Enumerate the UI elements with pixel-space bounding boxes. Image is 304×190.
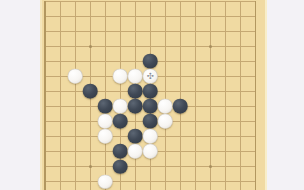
board-cell[interactable] [113, 24, 128, 39]
board-cell[interactable] [173, 84, 188, 99]
board-cell[interactable] [158, 9, 173, 24]
board-cell[interactable] [143, 114, 158, 129]
board-cell[interactable] [83, 0, 98, 9]
board-cell[interactable] [38, 54, 53, 69]
board-cell[interactable] [98, 39, 113, 54]
board-cell[interactable] [38, 174, 53, 189]
board-cell[interactable] [53, 69, 68, 84]
board-cell[interactable] [113, 9, 128, 24]
white-stone [128, 69, 143, 84]
white-stone [98, 174, 113, 189]
board-cell[interactable] [68, 39, 83, 54]
star-point [89, 45, 92, 48]
board-cell[interactable] [113, 0, 128, 9]
board-cell[interactable] [98, 69, 113, 84]
board-cell[interactable] [53, 0, 68, 9]
board-cell[interactable] [128, 39, 143, 54]
board-cell[interactable] [113, 84, 128, 99]
board-cell[interactable] [173, 39, 188, 54]
board-cell[interactable] [128, 69, 143, 84]
board-cell[interactable] [158, 54, 173, 69]
board-cell[interactable] [68, 69, 83, 84]
board-cell[interactable] [233, 39, 248, 54]
board-cell[interactable] [38, 69, 53, 84]
goban-wood: ✣ [40, 0, 267, 190]
board-cell[interactable] [218, 159, 233, 174]
board-cell[interactable] [83, 144, 98, 159]
board-cell[interactable] [233, 54, 248, 69]
board-cell[interactable] [188, 189, 203, 190]
black-stone [113, 114, 128, 129]
board-cell[interactable] [113, 174, 128, 189]
black-stone [143, 84, 158, 99]
board-cell[interactable] [173, 99, 188, 114]
board-cell[interactable] [188, 54, 203, 69]
board-cell[interactable] [218, 174, 233, 189]
board-cell[interactable] [203, 144, 218, 159]
board-cell[interactable] [173, 69, 188, 84]
board-cell[interactable] [173, 24, 188, 39]
board-cell[interactable] [143, 99, 158, 114]
board-cell[interactable] [98, 189, 113, 190]
black-stone [128, 129, 143, 144]
board-cell[interactable] [218, 9, 233, 24]
board-cell[interactable] [53, 159, 68, 174]
board-cell[interactable] [203, 84, 218, 99]
board-cell[interactable] [143, 24, 158, 39]
board-cell[interactable] [248, 0, 263, 9]
board-cell[interactable] [218, 84, 233, 99]
board-cell[interactable] [188, 69, 203, 84]
board-cell[interactable] [173, 9, 188, 24]
board-cell[interactable] [203, 189, 218, 190]
board-cell[interactable] [203, 9, 218, 24]
white-stone [128, 144, 143, 159]
board-cell[interactable] [83, 99, 98, 114]
board-cell[interactable] [68, 24, 83, 39]
board-cell[interactable] [128, 114, 143, 129]
board-cell[interactable] [218, 129, 233, 144]
board-cell[interactable] [188, 144, 203, 159]
board-cell[interactable] [38, 159, 53, 174]
board-cell[interactable] [98, 174, 113, 189]
board-cell[interactable] [83, 129, 98, 144]
board-cell[interactable] [113, 54, 128, 69]
board-cell[interactable] [143, 9, 158, 24]
board-cell[interactable] [83, 39, 98, 54]
board-cell[interactable] [248, 9, 263, 24]
board-cell[interactable] [248, 54, 263, 69]
board-cell[interactable] [218, 0, 233, 9]
board-cell[interactable] [128, 24, 143, 39]
board-cell[interactable] [233, 99, 248, 114]
board-cell[interactable] [173, 0, 188, 9]
board-cell[interactable] [38, 9, 53, 24]
board-cell[interactable] [53, 189, 68, 190]
board-cell[interactable] [233, 84, 248, 99]
board-cell[interactable] [53, 144, 68, 159]
board-cell[interactable] [188, 129, 203, 144]
black-stone [98, 99, 113, 114]
board-cell[interactable] [203, 99, 218, 114]
board-cell[interactable] [98, 144, 113, 159]
board-cell[interactable] [68, 114, 83, 129]
board-cell[interactable] [98, 54, 113, 69]
board-cell[interactable] [188, 9, 203, 24]
board-cell[interactable] [173, 159, 188, 174]
board-cell[interactable] [188, 0, 203, 9]
board-cell[interactable] [83, 84, 98, 99]
board-cell[interactable] [83, 189, 98, 190]
board-cell[interactable] [83, 69, 98, 84]
board-cell[interactable] [143, 159, 158, 174]
board-cell[interactable] [53, 24, 68, 39]
white-stone [68, 69, 83, 84]
board-cell[interactable]: ✣ [143, 69, 158, 84]
board-cell[interactable] [203, 54, 218, 69]
board-cell[interactable] [143, 54, 158, 69]
board-cell[interactable] [233, 114, 248, 129]
board-cell[interactable] [68, 159, 83, 174]
board-cell[interactable] [68, 9, 83, 24]
white-stone [158, 99, 173, 114]
game-screen: ✣ [0, 0, 304, 190]
board-cell[interactable] [218, 189, 233, 190]
board-cell[interactable] [158, 39, 173, 54]
board-cell[interactable] [38, 114, 53, 129]
board-cell[interactable] [203, 24, 218, 39]
board-cell[interactable] [98, 99, 113, 114]
board-cell[interactable] [218, 114, 233, 129]
board-cell[interactable] [68, 84, 83, 99]
board-cell[interactable] [53, 129, 68, 144]
board-cell[interactable] [188, 84, 203, 99]
white-stone [113, 99, 128, 114]
board-cell[interactable] [128, 99, 143, 114]
board-cell[interactable] [218, 99, 233, 114]
board-cell[interactable] [233, 24, 248, 39]
board-cell[interactable] [38, 84, 53, 99]
black-stone [143, 54, 158, 69]
board-cell[interactable] [248, 84, 263, 99]
board-cell[interactable] [113, 99, 128, 114]
board-cell[interactable] [143, 84, 158, 99]
board-cell[interactable] [158, 24, 173, 39]
board-cell[interactable] [203, 69, 218, 84]
board-cell[interactable] [158, 129, 173, 144]
board-cell[interactable] [233, 144, 248, 159]
board-cell[interactable] [98, 114, 113, 129]
black-stone [173, 99, 188, 114]
board-cell[interactable] [248, 174, 263, 189]
board-cell[interactable] [158, 69, 173, 84]
board-cell[interactable] [38, 39, 53, 54]
board-cell[interactable] [128, 189, 143, 190]
board-cell[interactable] [188, 99, 203, 114]
board-cell[interactable] [173, 189, 188, 190]
board-cell[interactable] [203, 114, 218, 129]
board-cell[interactable] [83, 114, 98, 129]
board-cell[interactable] [143, 39, 158, 54]
board-cell[interactable] [248, 99, 263, 114]
board-cell[interactable] [98, 9, 113, 24]
board-cell[interactable] [233, 69, 248, 84]
board-cell[interactable] [68, 54, 83, 69]
board-cell[interactable] [38, 0, 53, 9]
board-cell[interactable] [128, 129, 143, 144]
board-cell[interactable] [188, 159, 203, 174]
board-cell[interactable] [113, 129, 128, 144]
board-cell[interactable] [158, 189, 173, 190]
board-cell[interactable] [98, 84, 113, 99]
black-stone [128, 84, 143, 99]
board-cell[interactable] [83, 54, 98, 69]
black-stone [113, 144, 128, 159]
board-cell[interactable] [233, 174, 248, 189]
white-stone [98, 129, 113, 144]
star-point [209, 165, 212, 168]
board-cell[interactable] [248, 24, 263, 39]
board-cell[interactable] [248, 144, 263, 159]
last-move-marker-icon: ✣ [147, 72, 154, 81]
board-cell[interactable] [158, 0, 173, 9]
white-stone [158, 114, 173, 129]
board-cell[interactable] [143, 174, 158, 189]
board-cell[interactable] [53, 39, 68, 54]
board-cell[interactable] [218, 54, 233, 69]
board-cell[interactable] [248, 159, 263, 174]
board-cell[interactable] [248, 129, 263, 144]
board-cell[interactable] [158, 159, 173, 174]
board-cell[interactable] [53, 84, 68, 99]
board-cell[interactable] [218, 69, 233, 84]
board-cell[interactable] [188, 39, 203, 54]
board-cell[interactable] [128, 54, 143, 69]
board-cell[interactable] [203, 39, 218, 54]
board-cell[interactable] [38, 24, 53, 39]
white-stone [113, 69, 128, 84]
board-cell[interactable] [233, 159, 248, 174]
board-cell[interactable] [233, 9, 248, 24]
board-cell[interactable] [218, 144, 233, 159]
board-cell[interactable] [143, 0, 158, 9]
board-cell[interactable] [53, 54, 68, 69]
black-stone [113, 159, 128, 174]
board-cell[interactable] [113, 189, 128, 190]
white-stone: ✣ [143, 69, 158, 84]
board-cell[interactable] [113, 159, 128, 174]
board-cell[interactable] [248, 69, 263, 84]
board-cell[interactable] [38, 129, 53, 144]
board-cell[interactable] [83, 24, 98, 39]
board-cell[interactable] [128, 9, 143, 24]
star-point [209, 45, 212, 48]
black-stone [143, 99, 158, 114]
board-cell[interactable] [203, 129, 218, 144]
board-cell[interactable] [113, 114, 128, 129]
board-cell[interactable] [53, 99, 68, 114]
board-cell[interactable] [173, 129, 188, 144]
board-cell[interactable] [98, 129, 113, 144]
board-cell[interactable] [173, 144, 188, 159]
board-cell[interactable] [68, 144, 83, 159]
board-cell[interactable] [233, 189, 248, 190]
board-cell[interactable] [158, 84, 173, 99]
board-cell[interactable] [38, 189, 53, 190]
board-cell[interactable] [128, 0, 143, 9]
board-cell[interactable] [113, 69, 128, 84]
board-cell[interactable] [128, 174, 143, 189]
board-cell[interactable] [38, 99, 53, 114]
board-cell[interactable] [248, 189, 263, 190]
board-cell[interactable] [143, 189, 158, 190]
board-cell[interactable] [98, 159, 113, 174]
white-stone [143, 144, 158, 159]
board-cell[interactable] [188, 24, 203, 39]
board-cell[interactable] [233, 129, 248, 144]
board-cell[interactable] [83, 159, 98, 174]
board-cell[interactable] [218, 39, 233, 54]
board-cell[interactable] [188, 174, 203, 189]
star-point [89, 165, 92, 168]
black-stone [128, 99, 143, 114]
board-cell[interactable] [158, 114, 173, 129]
board-cell[interactable] [83, 174, 98, 189]
board-cell[interactable] [173, 114, 188, 129]
black-stone [143, 114, 158, 129]
board-cell[interactable] [233, 0, 248, 9]
board-cell[interactable] [143, 129, 158, 144]
board-cell[interactable] [158, 174, 173, 189]
board-cell[interactable] [158, 99, 173, 114]
board-cell[interactable] [98, 24, 113, 39]
board-cell[interactable] [188, 114, 203, 129]
white-stone [143, 129, 158, 144]
board-cell[interactable] [158, 144, 173, 159]
board-cell[interactable] [38, 144, 53, 159]
board-cell[interactable] [83, 9, 98, 24]
board-cell[interactable] [68, 189, 83, 190]
board-cell[interactable] [98, 0, 113, 9]
board-cell[interactable] [113, 144, 128, 159]
board-cell[interactable] [143, 144, 158, 159]
board-cell[interactable] [218, 24, 233, 39]
board-cell[interactable] [128, 159, 143, 174]
board-cell[interactable] [248, 39, 263, 54]
board-cell[interactable] [203, 174, 218, 189]
board-cell[interactable] [53, 9, 68, 24]
board-cell[interactable] [68, 99, 83, 114]
board-cell[interactable] [248, 114, 263, 129]
board-cell[interactable] [113, 39, 128, 54]
board-cell[interactable] [173, 54, 188, 69]
board-cell[interactable] [68, 0, 83, 9]
board-cell[interactable] [53, 114, 68, 129]
board-cell[interactable] [68, 129, 83, 144]
board-cell[interactable] [53, 174, 68, 189]
board-cell[interactable] [128, 84, 143, 99]
board-cell[interactable] [203, 0, 218, 9]
game-board: ✣ [38, 0, 264, 190]
board-cell[interactable] [128, 144, 143, 159]
white-stone [98, 114, 113, 129]
board-cell[interactable] [203, 159, 218, 174]
board-cell[interactable] [68, 174, 83, 189]
black-stone [83, 84, 98, 99]
board-cell[interactable] [173, 174, 188, 189]
